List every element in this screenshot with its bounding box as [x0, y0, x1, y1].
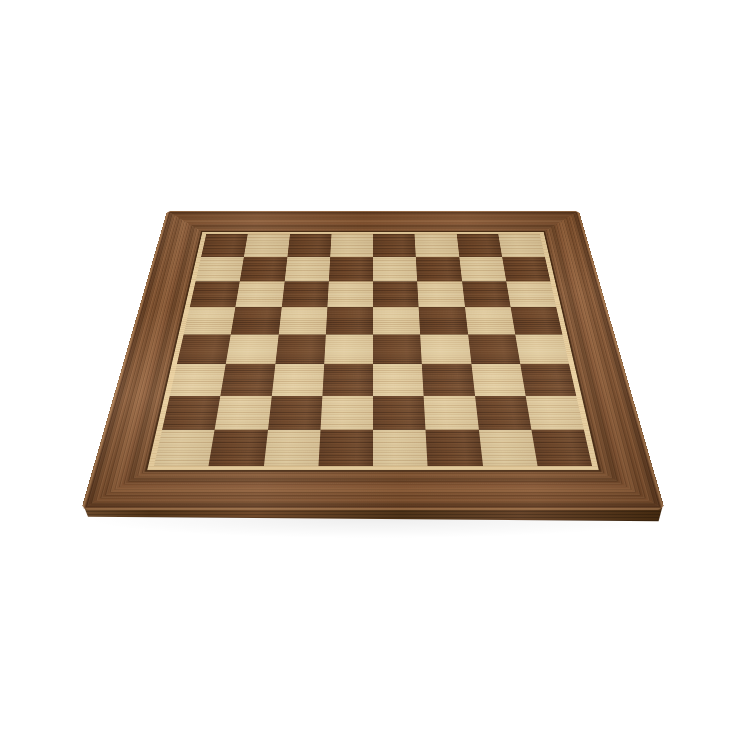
square-e5: [373, 307, 420, 335]
square-a6: [190, 281, 240, 307]
square-h6: [506, 281, 556, 307]
square-e6: [373, 281, 419, 307]
square-e4: [373, 335, 422, 364]
square-b1: [209, 430, 268, 467]
square-d2: [320, 396, 373, 430]
square-d8: [330, 234, 373, 257]
square-f6: [417, 281, 464, 307]
square-f1: [426, 430, 483, 467]
square-a3: [170, 364, 226, 396]
square-e1: [373, 430, 428, 467]
square-d1: [318, 430, 373, 467]
square-d4: [324, 335, 373, 364]
square-b6: [236, 281, 285, 307]
square-h4: [515, 335, 569, 364]
square-g1: [478, 430, 537, 467]
square-b5: [231, 307, 281, 335]
square-g4: [468, 335, 520, 364]
chess-board-grid: [154, 234, 592, 466]
square-b7: [240, 257, 287, 281]
square-d6: [327, 281, 373, 307]
square-d7: [329, 257, 373, 281]
square-b2: [215, 396, 272, 430]
square-h8: [498, 234, 545, 257]
square-c7: [284, 257, 330, 281]
square-f2: [424, 396, 479, 430]
square-h5: [510, 307, 562, 335]
square-g5: [465, 307, 515, 335]
square-b8: [244, 234, 290, 257]
chess-board: [81, 211, 665, 510]
square-a8: [201, 234, 248, 257]
square-a1: [154, 430, 215, 467]
square-h3: [520, 364, 576, 396]
square-b3: [221, 364, 275, 396]
square-a7: [196, 257, 244, 281]
square-g8: [456, 234, 502, 257]
square-g3: [471, 364, 525, 396]
square-a5: [184, 307, 236, 335]
square-c8: [287, 234, 331, 257]
square-h7: [502, 257, 550, 281]
square-c5: [278, 307, 327, 335]
square-b4: [226, 335, 278, 364]
square-g7: [459, 257, 506, 281]
square-c1: [263, 430, 320, 467]
product-photo-canvas: [0, 0, 750, 750]
square-g6: [462, 281, 511, 307]
square-a4: [177, 335, 231, 364]
square-c6: [281, 281, 328, 307]
square-f3: [422, 364, 475, 396]
square-f4: [420, 335, 471, 364]
square-d5: [326, 307, 373, 335]
square-f7: [416, 257, 462, 281]
square-e7: [373, 257, 417, 281]
square-c2: [268, 396, 323, 430]
square-a2: [162, 396, 220, 430]
square-e8: [373, 234, 416, 257]
square-c3: [271, 364, 324, 396]
square-e2: [373, 396, 426, 430]
square-d3: [322, 364, 373, 396]
square-f5: [419, 307, 468, 335]
square-g2: [475, 396, 532, 430]
square-h2: [525, 396, 583, 430]
board-scene: [81, 0, 665, 510]
square-h1: [531, 430, 592, 467]
square-f8: [415, 234, 459, 257]
square-e3: [373, 364, 424, 396]
square-c4: [275, 335, 326, 364]
